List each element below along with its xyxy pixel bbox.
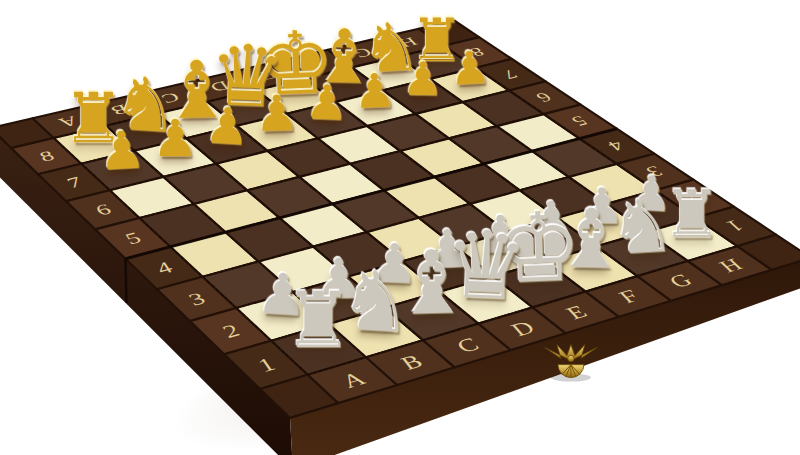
piece-gold-pawn-b7[interactable]: ♟	[152, 113, 198, 164]
piece-gold-pawn-f7[interactable]: ♟	[353, 66, 397, 115]
piece-gold-pawn-h7[interactable]: ♟	[448, 44, 491, 91]
piece-gold-pawn-e7[interactable]: ♟	[304, 77, 349, 127]
piece-gold-pawn-d7[interactable]: ♟	[255, 89, 300, 139]
piece-gold-pawn-c7[interactable]: ♟	[203, 100, 251, 152]
piece-gold-pawn-a7[interactable]: ♟	[97, 123, 147, 178]
piece-gold-pawn-g7[interactable]: ♟	[402, 56, 444, 103]
piece-silver-rook-a1[interactable]: ♜	[284, 282, 353, 359]
fold-seam-side	[125, 259, 126, 303]
photo-stage: 8877665544332211AABBCCDDEEFFGGHH ♜♞♝♚♛♝♞…	[0, 0, 800, 455]
